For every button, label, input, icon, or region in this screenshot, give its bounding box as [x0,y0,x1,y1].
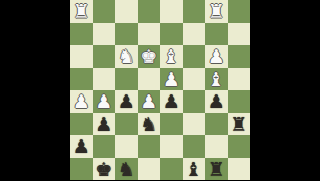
black-pawn[interactable]: ♟ [95,113,112,135]
white-knight[interactable]: ♞ [118,45,135,67]
white-pawn[interactable]: ♟ [163,68,180,90]
square-a7[interactable] [70,23,93,46]
square-g4[interactable]: ♟ [205,90,228,113]
square-f2[interactable] [183,135,206,158]
square-a5[interactable] [70,68,93,91]
square-a8[interactable]: ♜ [70,0,93,23]
square-e7[interactable] [160,23,183,46]
square-h2[interactable] [228,135,251,158]
square-f6[interactable] [183,45,206,68]
square-g5[interactable]: ♝ [205,68,228,91]
square-e2[interactable] [160,135,183,158]
square-b3[interactable]: ♟ [93,113,116,136]
square-c6[interactable]: ♞ [115,45,138,68]
letterbox-right [250,0,320,180]
square-g1[interactable]: ♜ [205,158,228,181]
white-rook[interactable]: ♜ [208,0,225,22]
square-c3[interactable] [115,113,138,136]
square-b5[interactable] [93,68,116,91]
black-pawn[interactable]: ♟ [208,90,225,112]
square-f8[interactable] [183,0,206,23]
square-e5[interactable]: ♟ [160,68,183,91]
chess-board[interactable]: ♜♜♞♚♝♟♟♝♟♟♟♟♟♟♟♞♜♟♚♞♝♜ [70,0,250,180]
square-c4[interactable]: ♟ [115,90,138,113]
square-e6[interactable]: ♝ [160,45,183,68]
white-rook[interactable]: ♜ [73,0,90,22]
square-g3[interactable] [205,113,228,136]
black-rook[interactable]: ♜ [208,158,225,180]
square-e8[interactable] [160,0,183,23]
square-d1[interactable] [138,158,161,181]
white-pawn[interactable]: ♟ [140,90,157,112]
white-king[interactable]: ♚ [140,45,157,67]
square-c5[interactable] [115,68,138,91]
square-e3[interactable] [160,113,183,136]
square-a4[interactable]: ♟ [70,90,93,113]
square-c8[interactable] [115,0,138,23]
square-a3[interactable] [70,113,93,136]
square-d6[interactable]: ♚ [138,45,161,68]
square-g2[interactable] [205,135,228,158]
white-bishop[interactable]: ♝ [163,45,180,67]
square-f4[interactable] [183,90,206,113]
square-h6[interactable] [228,45,251,68]
square-d8[interactable] [138,0,161,23]
black-pawn[interactable]: ♟ [118,90,135,112]
square-d7[interactable] [138,23,161,46]
letterbox-left [0,0,70,180]
square-d5[interactable] [138,68,161,91]
square-a6[interactable] [70,45,93,68]
square-b8[interactable] [93,0,116,23]
black-bishop[interactable]: ♝ [185,158,202,180]
square-d3[interactable]: ♞ [138,113,161,136]
square-g6[interactable]: ♟ [205,45,228,68]
square-h1[interactable] [228,158,251,181]
white-pawn[interactable]: ♟ [95,90,112,112]
square-a1[interactable] [70,158,93,181]
square-f1[interactable]: ♝ [183,158,206,181]
square-d2[interactable] [138,135,161,158]
square-c7[interactable] [115,23,138,46]
white-pawn[interactable]: ♟ [208,45,225,67]
white-bishop[interactable]: ♝ [208,68,225,90]
square-d4[interactable]: ♟ [138,90,161,113]
square-e4[interactable]: ♟ [160,90,183,113]
square-h8[interactable] [228,0,251,23]
square-a2[interactable]: ♟ [70,135,93,158]
square-h3[interactable]: ♜ [228,113,251,136]
square-h7[interactable] [228,23,251,46]
black-knight[interactable]: ♞ [118,158,135,180]
black-rook[interactable]: ♜ [230,113,247,135]
square-b4[interactable]: ♟ [93,90,116,113]
square-c1[interactable]: ♞ [115,158,138,181]
chess-app-viewport: ♜♜♞♚♝♟♟♝♟♟♟♟♟♟♟♞♜♟♚♞♝♜ [0,0,320,180]
square-f7[interactable] [183,23,206,46]
black-knight[interactable]: ♞ [140,113,157,135]
square-b7[interactable] [93,23,116,46]
black-king[interactable]: ♚ [95,158,112,180]
square-b1[interactable]: ♚ [93,158,116,181]
square-e1[interactable] [160,158,183,181]
square-g8[interactable]: ♜ [205,0,228,23]
square-g7[interactable] [205,23,228,46]
white-pawn[interactable]: ♟ [73,90,90,112]
square-f5[interactable] [183,68,206,91]
black-pawn[interactable]: ♟ [73,135,90,157]
square-h5[interactable] [228,68,251,91]
square-b2[interactable] [93,135,116,158]
black-pawn[interactable]: ♟ [163,90,180,112]
square-b6[interactable] [93,45,116,68]
square-h4[interactable] [228,90,251,113]
square-f3[interactable] [183,113,206,136]
square-c2[interactable] [115,135,138,158]
